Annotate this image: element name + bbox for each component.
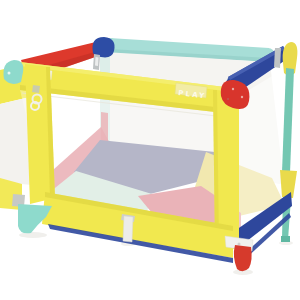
product-photo-playpen: PLAY	[0, 0, 300, 300]
metal-clip-slot	[95, 57, 99, 66]
red-foot	[234, 245, 252, 271]
bracket-pin	[238, 243, 241, 246]
metal-clip	[274, 48, 281, 68]
back-right-foot	[281, 236, 290, 242]
foot-shadow	[19, 232, 47, 238]
metal-clip	[32, 85, 40, 93]
centre-support-leg	[123, 216, 133, 242]
corner-screw	[241, 96, 243, 98]
playpen-illustration: PLAY	[0, 0, 300, 300]
corner-screw	[232, 88, 234, 90]
corner-screw	[227, 98, 229, 100]
cap-button	[8, 72, 11, 75]
